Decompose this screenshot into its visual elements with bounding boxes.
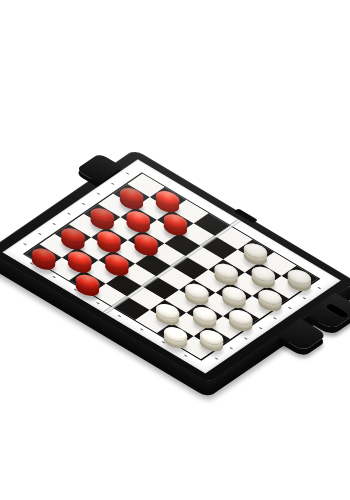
white-piece-f2: [152, 301, 184, 322]
red-piece-a1: [27, 245, 59, 266]
red-piece-a5: [86, 205, 118, 226]
red-piece-b4: [93, 228, 125, 249]
product-photo-checkers-set: { "game": "checkers (English draughts)",…: [0, 0, 350, 500]
white-piece-g3: [188, 304, 220, 325]
white-piece-f4: [181, 281, 213, 302]
red-piece-c1: [71, 272, 103, 293]
red-piece-c7: [159, 211, 191, 232]
white-piece-g1: [159, 324, 191, 345]
white-piece-h4: [225, 307, 257, 328]
red-piece-a3: [57, 225, 89, 246]
red-piece-a7: [115, 185, 147, 206]
red-piece-c3: [101, 251, 133, 272]
red-piece-b6: [123, 208, 155, 229]
white-piece-h6: [254, 287, 286, 308]
white-piece-h2: [196, 327, 228, 348]
white-piece-g5: [218, 284, 250, 305]
red-piece-c5: [130, 231, 162, 252]
white-piece-f8: [240, 240, 272, 261]
white-piece-h8: [284, 267, 316, 288]
white-piece-f6: [210, 261, 242, 282]
red-piece-b2: [64, 248, 96, 269]
red-piece-b8: [152, 188, 184, 209]
white-piece-g7: [247, 264, 279, 285]
